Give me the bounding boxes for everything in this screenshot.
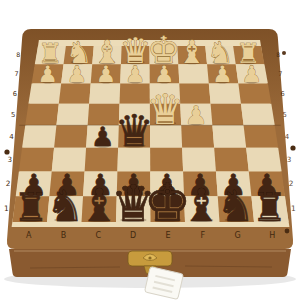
piece-light-pawn-h7[interactable]: ♟ — [241, 61, 261, 87]
piece-dark-pawn-c4[interactable]: ♟ — [91, 121, 115, 152]
square-a5[interactable] — [25, 104, 59, 125]
piece-light-pawn-d7[interactable]: ♟ — [125, 61, 145, 87]
file-label-b: B — [61, 231, 67, 240]
piece-light-pawn-g7[interactable]: ♟ — [212, 61, 232, 87]
rank-label-left-7: 7 — [14, 70, 18, 78]
piece-dark-knight-g1[interactable]: ♞ — [217, 181, 255, 231]
square-h4[interactable] — [244, 125, 279, 148]
square-a4[interactable] — [22, 125, 56, 148]
file-label-h: H — [269, 231, 275, 240]
piece-dark-queen-d4[interactable]: ♛ — [115, 105, 154, 156]
rank-label-right-5: 5 — [283, 111, 287, 119]
chess-set-photo: 8877665544332211ABCDEFGH♜♞♝♛♚♝♞♜♟♟♟♟♟♟♟♛… — [0, 0, 300, 300]
square-b5[interactable] — [56, 104, 89, 125]
rank-label-right-6: 6 — [280, 90, 284, 98]
rank-label-left-6: 6 — [13, 90, 17, 98]
file-label-g: G — [234, 231, 240, 240]
piece-light-pawn-a7[interactable]: ♟ — [38, 61, 58, 87]
rank-label-right-1: 1 — [291, 204, 296, 213]
rank-label-right-3: 3 — [287, 155, 292, 164]
file-label-c: C — [96, 231, 102, 240]
rank-label-right-8: 8 — [276, 51, 280, 58]
rank-label-left-5: 5 — [11, 111, 15, 119]
rank-label-right-2: 2 — [289, 179, 294, 188]
rank-label-left-8: 8 — [16, 51, 20, 58]
piece-dark-rook-a1[interactable]: ♜ — [14, 185, 49, 230]
left-hinge — [4, 149, 9, 154]
frame-knot — [282, 51, 286, 55]
piece-light-pawn-e7[interactable]: ♟ — [154, 61, 174, 87]
piece-dark-rook-h1[interactable]: ♜ — [252, 185, 287, 230]
rank-label-left-1: 1 — [4, 204, 9, 213]
square-g4[interactable] — [212, 125, 246, 148]
file-label-f: F — [200, 231, 205, 240]
right-hinge — [290, 145, 295, 150]
piece-light-pawn-c7[interactable]: ♟ — [96, 61, 116, 87]
square-g5[interactable] — [211, 104, 244, 125]
rank-label-left-4: 4 — [9, 133, 14, 141]
rank-label-left-3: 3 — [7, 155, 12, 164]
rank-label-left-2: 2 — [6, 179, 11, 188]
square-h5[interactable] — [241, 104, 275, 125]
piece-light-pawn-b7[interactable]: ♟ — [67, 61, 87, 87]
rank-label-right-4: 4 — [285, 133, 290, 141]
piece-light-bishop-f8[interactable]: ♝ — [178, 34, 206, 70]
file-label-a: A — [26, 231, 32, 240]
piece-light-pawn-f5[interactable]: ♟ — [185, 101, 208, 130]
rank-label-right-7: 7 — [278, 70, 282, 78]
latch-pin — [148, 256, 151, 259]
square-b4[interactable] — [54, 125, 88, 148]
product-photo: 8877665544332211ABCDEFGH♜♞♝♛♚♝♞♜♟♟♟♟♟♟♟♛… — [0, 0, 300, 300]
